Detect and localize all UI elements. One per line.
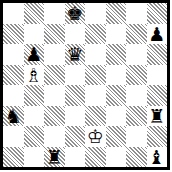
- square-f4[interactable]: [106, 85, 127, 106]
- square-e2[interactable]: ♚♔: [85, 126, 106, 147]
- square-a4[interactable]: [3, 85, 24, 106]
- square-a8[interactable]: [3, 3, 24, 24]
- square-f1[interactable]: [106, 147, 127, 168]
- square-e1[interactable]: [85, 147, 106, 168]
- black-bishop: ♝: [147, 147, 168, 168]
- square-b4[interactable]: [24, 85, 45, 106]
- square-g3[interactable]: [126, 106, 147, 127]
- square-a5[interactable]: [3, 65, 24, 86]
- square-h4[interactable]: [147, 85, 168, 106]
- square-d5[interactable]: [65, 65, 86, 86]
- square-g8[interactable]: [126, 3, 147, 24]
- black-queen: ♛: [65, 44, 86, 65]
- square-h5[interactable]: [147, 65, 168, 86]
- square-h2[interactable]: [147, 126, 168, 147]
- square-a1[interactable]: [3, 147, 24, 168]
- square-h6[interactable]: [147, 44, 168, 65]
- square-d4[interactable]: [65, 85, 86, 106]
- square-c1[interactable]: ♜: [44, 147, 65, 168]
- square-c7[interactable]: [44, 24, 65, 45]
- black-pawn: ♟: [147, 24, 168, 45]
- square-c3[interactable]: [44, 106, 65, 127]
- black-king: ♚: [65, 3, 86, 24]
- chess-board: ♚♟♟♛♝♗♞♜♚♔♜♝: [3, 3, 167, 167]
- black-rook: ♜: [147, 106, 168, 127]
- square-g5[interactable]: [126, 65, 147, 86]
- square-h7[interactable]: ♟: [147, 24, 168, 45]
- square-e7[interactable]: [85, 24, 106, 45]
- black-rook: ♜: [44, 147, 65, 168]
- chess-diagram: ♚♟♟♛♝♗♞♜♚♔♜♝: [0, 0, 172, 172]
- square-b2[interactable]: [24, 126, 45, 147]
- square-b5[interactable]: ♝♗: [24, 65, 45, 86]
- square-e5[interactable]: [85, 65, 106, 86]
- square-b6[interactable]: ♟: [24, 44, 45, 65]
- square-f6[interactable]: [106, 44, 127, 65]
- square-h8[interactable]: [147, 3, 168, 24]
- square-g7[interactable]: [126, 24, 147, 45]
- square-d6[interactable]: ♛: [65, 44, 86, 65]
- square-c5[interactable]: [44, 65, 65, 86]
- square-f7[interactable]: [106, 24, 127, 45]
- square-a2[interactable]: [3, 126, 24, 147]
- board-frame: ♚♟♟♛♝♗♞♜♚♔♜♝: [0, 0, 170, 170]
- square-f2[interactable]: [106, 126, 127, 147]
- square-c6[interactable]: [44, 44, 65, 65]
- square-f5[interactable]: [106, 65, 127, 86]
- square-g2[interactable]: [126, 126, 147, 147]
- square-e8[interactable]: [85, 3, 106, 24]
- square-e3[interactable]: [85, 106, 106, 127]
- square-d8[interactable]: ♚: [65, 3, 86, 24]
- square-b8[interactable]: [24, 3, 45, 24]
- black-pawn: ♟: [24, 44, 45, 65]
- square-d1[interactable]: [65, 147, 86, 168]
- square-b3[interactable]: [24, 106, 45, 127]
- square-b7[interactable]: [24, 24, 45, 45]
- square-a3[interactable]: ♞: [3, 106, 24, 127]
- square-e6[interactable]: [85, 44, 106, 65]
- white-king: ♚♔: [85, 126, 106, 147]
- square-b1[interactable]: [24, 147, 45, 168]
- square-d2[interactable]: [65, 126, 86, 147]
- square-d3[interactable]: [65, 106, 86, 127]
- square-c2[interactable]: [44, 126, 65, 147]
- square-g1[interactable]: [126, 147, 147, 168]
- square-f3[interactable]: [106, 106, 127, 127]
- square-f8[interactable]: [106, 3, 127, 24]
- white-bishop: ♝♗: [24, 65, 45, 86]
- square-c4[interactable]: [44, 85, 65, 106]
- square-g4[interactable]: [126, 85, 147, 106]
- black-knight: ♞: [3, 106, 24, 127]
- square-d7[interactable]: [65, 24, 86, 45]
- square-a6[interactable]: [3, 44, 24, 65]
- square-c8[interactable]: [44, 3, 65, 24]
- square-g6[interactable]: [126, 44, 147, 65]
- square-e4[interactable]: [85, 85, 106, 106]
- square-h3[interactable]: ♜: [147, 106, 168, 127]
- square-a7[interactable]: [3, 24, 24, 45]
- square-h1[interactable]: ♝: [147, 147, 168, 168]
